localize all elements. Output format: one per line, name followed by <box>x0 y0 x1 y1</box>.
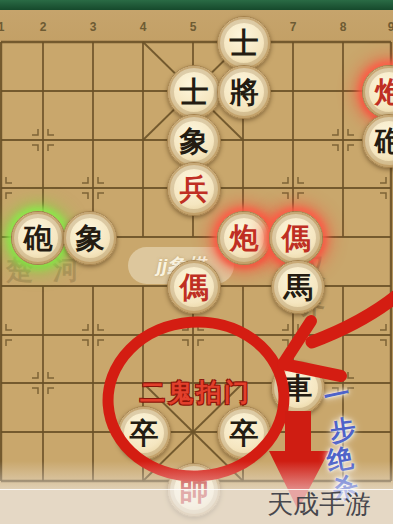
piece-glyph: 卒 <box>218 407 270 459</box>
piece-glyph: 士 <box>218 17 270 69</box>
piece-炮[interactable]: 炮 <box>362 65 393 119</box>
piece-glyph: 馬 <box>272 261 324 313</box>
piece-glyph: 象 <box>168 115 220 167</box>
piece-砲[interactable]: 砲 <box>11 211 65 265</box>
piece-炮[interactable]: 炮 <box>217 211 271 265</box>
piece-glyph: 炮 <box>218 212 270 264</box>
piece-砲[interactable]: 砲 <box>362 114 393 168</box>
site-watermark: 天成手游网 <box>267 487 393 524</box>
piece-象[interactable]: 象 <box>63 211 117 265</box>
xiangqi-screenshot: 123456789 楚河 汉界 jj象棋 士士將炮象砲兵砲象炮傌傌馬車卒卒帥 二… <box>0 0 393 524</box>
piece-車[interactable]: 車 <box>271 361 325 415</box>
piece-卒[interactable]: 卒 <box>117 406 171 460</box>
bottom-overlay-gradient <box>0 461 393 489</box>
piece-glyph: 士 <box>168 66 220 118</box>
piece-傌[interactable]: 傌 <box>269 211 323 265</box>
piece-馬[interactable]: 馬 <box>271 260 325 314</box>
piece-士[interactable]: 士 <box>167 65 221 119</box>
piece-glyph: 傌 <box>270 212 322 264</box>
piece-glyph: 砲 <box>12 212 64 264</box>
circle-label: 二鬼拍门 <box>118 376 274 409</box>
piece-glyph: 炮 <box>363 66 393 118</box>
piece-將[interactable]: 將 <box>217 65 271 119</box>
piece-glyph: 砲 <box>363 115 393 167</box>
piece-傌[interactable]: 傌 <box>167 260 221 314</box>
piece-glyph: 將 <box>218 66 270 118</box>
piece-兵[interactable]: 兵 <box>167 162 221 216</box>
piece-glyph: 兵 <box>168 163 220 215</box>
piece-卒[interactable]: 卒 <box>217 406 271 460</box>
piece-象[interactable]: 象 <box>167 114 221 168</box>
piece-glyph: 卒 <box>118 407 170 459</box>
piece-glyph: 車 <box>272 362 324 414</box>
piece-glyph: 傌 <box>168 261 220 313</box>
piece-士[interactable]: 士 <box>217 16 271 70</box>
piece-glyph: 象 <box>64 212 116 264</box>
